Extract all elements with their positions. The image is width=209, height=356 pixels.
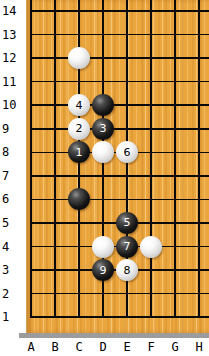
column-label-D: D xyxy=(99,340,106,354)
grid-line-horizontal xyxy=(30,199,209,201)
go-stone-white-E8[interactable]: 6 xyxy=(116,141,138,163)
go-stone-white-C12[interactable] xyxy=(68,47,90,69)
go-stone-white-E3[interactable]: 8 xyxy=(116,259,138,281)
go-stone-white-D8[interactable] xyxy=(92,141,114,163)
move-number: 5 xyxy=(124,217,131,228)
column-label-F: F xyxy=(147,340,154,354)
move-number: 2 xyxy=(76,123,83,134)
grid-line-horizontal xyxy=(30,104,209,106)
go-stone-black-D3[interactable]: 9 xyxy=(92,259,114,281)
go-stone-black-E4[interactable]: 7 xyxy=(116,236,138,258)
column-label-C: C xyxy=(75,340,82,354)
move-number: 8 xyxy=(124,265,131,276)
row-label-6: 6 xyxy=(2,192,9,206)
grid-line-horizontal xyxy=(30,293,209,295)
go-stone-white-C9[interactable]: 2 xyxy=(68,118,90,140)
column-label-E: E xyxy=(123,340,130,354)
grid-line-horizontal xyxy=(30,175,209,177)
go-stone-white-D4[interactable] xyxy=(92,236,114,258)
grid-line-horizontal xyxy=(30,34,209,36)
grid-line-horizontal xyxy=(30,81,209,83)
column-label-H: H xyxy=(195,340,202,354)
move-number: 7 xyxy=(124,241,131,252)
move-number: 1 xyxy=(76,147,83,158)
grid-line-horizontal xyxy=(30,57,209,59)
move-number: 4 xyxy=(76,100,83,111)
row-label-4: 4 xyxy=(2,240,9,254)
go-stone-white-C10[interactable]: 4 xyxy=(68,94,90,116)
column-label-A: A xyxy=(27,340,34,354)
grid-line-horizontal xyxy=(30,316,209,318)
go-stone-black-C6[interactable] xyxy=(68,188,90,210)
grid-line-vertical xyxy=(54,0,56,318)
go-board[interactable]: 423165789 xyxy=(26,0,209,333)
row-label-14: 14 xyxy=(2,4,16,18)
board-shadow xyxy=(19,333,209,338)
row-label-2: 2 xyxy=(2,287,9,301)
row-label-8: 8 xyxy=(2,145,9,159)
go-stone-black-E5[interactable]: 5 xyxy=(116,212,138,234)
row-label-3: 3 xyxy=(2,263,9,277)
grid-line-horizontal xyxy=(30,128,209,130)
grid-line-horizontal xyxy=(30,10,209,12)
move-number: 6 xyxy=(124,147,131,158)
grid-line-vertical xyxy=(150,0,152,318)
go-diagram: 423165789 1413121110987654321 ABCDEFGH xyxy=(0,0,209,356)
go-stone-white-F4[interactable] xyxy=(140,236,162,258)
row-label-5: 5 xyxy=(2,216,9,230)
go-stone-black-D9[interactable]: 3 xyxy=(92,118,114,140)
row-label-10: 10 xyxy=(2,98,16,112)
row-label-12: 12 xyxy=(2,51,16,65)
go-stone-black-D10[interactable] xyxy=(92,94,114,116)
row-label-9: 9 xyxy=(2,122,9,136)
row-label-7: 7 xyxy=(2,169,9,183)
row-label-1: 1 xyxy=(2,310,9,324)
row-label-13: 13 xyxy=(2,28,16,42)
move-number: 9 xyxy=(100,265,107,276)
row-label-11: 11 xyxy=(2,75,16,89)
go-stone-black-C8[interactable]: 1 xyxy=(68,141,90,163)
grid-line-vertical xyxy=(198,0,200,318)
column-label-G: G xyxy=(171,340,178,354)
column-label-B: B xyxy=(51,340,58,354)
grid-line-vertical xyxy=(30,0,32,318)
move-number: 3 xyxy=(100,123,107,134)
grid-line-vertical xyxy=(174,0,176,318)
